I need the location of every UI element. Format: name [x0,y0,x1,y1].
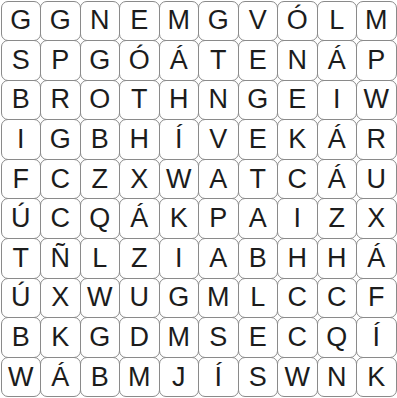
grid-cell-r10c7[interactable]: S [238,357,279,398]
grid-cell-r1c6[interactable]: G [198,1,239,42]
grid-cell-r10c2[interactable]: Á [40,357,81,398]
grid-cell-r7c2[interactable]: Ñ [40,238,81,279]
grid-cell-r8c3[interactable]: W [80,278,121,319]
grid-cell-r3c1[interactable]: B [1,80,42,121]
grid-cell-r10c8[interactable]: W [277,357,318,398]
grid-cell-r4c9[interactable]: Á [317,119,358,160]
grid-cell-r4c3[interactable]: B [80,119,121,160]
grid-cell-r7c6[interactable]: A [198,238,239,279]
grid-cell-r7c7[interactable]: B [238,238,279,279]
grid-cell-r6c1[interactable]: Ú [1,198,42,239]
grid-cell-r8c8[interactable]: C [277,278,318,319]
grid-cell-r1c5[interactable]: M [159,1,200,42]
grid-cell-r7c5[interactable]: I [159,238,200,279]
grid-cell-r2c4[interactable]: Ó [119,40,160,81]
grid-cell-r3c7[interactable]: G [238,80,279,121]
grid-cell-r6c5[interactable]: K [159,198,200,239]
grid-cell-r2c5[interactable]: Á [159,40,200,81]
grid-cell-r5c6[interactable]: A [198,159,239,200]
grid-cell-r1c2[interactable]: G [40,1,81,42]
grid-cell-r5c1[interactable]: F [1,159,42,200]
grid-cell-r7c8[interactable]: H [277,238,318,279]
grid-cell-r2c6[interactable]: T [198,40,239,81]
grid-cell-r3c5[interactable]: H [159,80,200,121]
grid-cell-r1c10[interactable]: M [356,1,397,42]
grid-cell-r7c1[interactable]: T [1,238,42,279]
grid-cell-r4c1[interactable]: I [1,119,42,160]
grid-cell-r2c7[interactable]: E [238,40,279,81]
grid-cell-r4c10[interactable]: R [356,119,397,160]
grid-cell-r9c7[interactable]: E [238,317,279,358]
grid-cell-r9c2[interactable]: K [40,317,81,358]
grid-cell-r10c4[interactable]: M [119,357,160,398]
grid-cell-r6c8[interactable]: I [277,198,318,239]
grid-cell-r10c10[interactable]: K [356,357,397,398]
grid-cell-r3c9[interactable]: I [317,80,358,121]
grid-cell-r3c8[interactable]: E [277,80,318,121]
grid-cell-r1c8[interactable]: Ó [277,1,318,42]
grid-cell-r8c5[interactable]: G [159,278,200,319]
grid-cell-r8c1[interactable]: Ú [1,278,42,319]
grid-cell-r9c3[interactable]: G [80,317,121,358]
grid-cell-r9c5[interactable]: M [159,317,200,358]
grid-cell-r1c1[interactable]: G [1,1,42,42]
grid-cell-r10c3[interactable]: B [80,357,121,398]
grid-cell-r5c9[interactable]: Á [317,159,358,200]
grid-cell-r4c5[interactable]: Í [159,119,200,160]
grid-cell-r5c7[interactable]: T [238,159,279,200]
grid-cell-r6c4[interactable]: Á [119,198,160,239]
grid-cell-r9c1[interactable]: B [1,317,42,358]
grid-cell-r10c1[interactable]: W [1,357,42,398]
grid-cell-r4c6[interactable]: V [198,119,239,160]
grid-cell-r9c6[interactable]: S [198,317,239,358]
grid-cell-r6c10[interactable]: X [356,198,397,239]
grid-cell-r4c8[interactable]: K [277,119,318,160]
grid-cell-r8c4[interactable]: U [119,278,160,319]
grid-cell-r8c2[interactable]: X [40,278,81,319]
grid-cell-r1c9[interactable]: L [317,1,358,42]
grid-cell-r6c2[interactable]: C [40,198,81,239]
grid-cell-r3c2[interactable]: R [40,80,81,121]
grid-cell-r2c2[interactable]: P [40,40,81,81]
grid-cell-r8c10[interactable]: F [356,278,397,319]
grid-cell-r2c1[interactable]: S [1,40,42,81]
grid-cell-r9c10[interactable]: Í [356,317,397,358]
word-search-grid: GGNEMGVÓLMSPGÓÁTENÁPBROTHNGEIWIGBHÍVEKÁR… [0,0,397,398]
grid-cell-r1c7[interactable]: V [238,1,279,42]
grid-cell-r5c3[interactable]: Z [80,159,121,200]
grid-cell-r2c8[interactable]: N [277,40,318,81]
grid-cell-r6c7[interactable]: A [238,198,279,239]
grid-cell-r7c10[interactable]: Á [356,238,397,279]
grid-cell-r10c5[interactable]: J [159,357,200,398]
grid-cell-r1c4[interactable]: E [119,1,160,42]
grid-cell-r4c2[interactable]: G [40,119,81,160]
grid-cell-r4c4[interactable]: H [119,119,160,160]
grid-cell-r9c8[interactable]: C [277,317,318,358]
grid-cell-r5c4[interactable]: X [119,159,160,200]
grid-cell-r3c6[interactable]: N [198,80,239,121]
grid-cell-r2c10[interactable]: P [356,40,397,81]
grid-cell-r8c6[interactable]: M [198,278,239,319]
grid-cell-r5c8[interactable]: C [277,159,318,200]
grid-cell-r5c2[interactable]: C [40,159,81,200]
grid-cell-r10c9[interactable]: N [317,357,358,398]
grid-cell-r3c3[interactable]: O [80,80,121,121]
grid-cell-r8c7[interactable]: L [238,278,279,319]
grid-cell-r5c5[interactable]: W [159,159,200,200]
grid-cell-r2c9[interactable]: Á [317,40,358,81]
grid-cell-r5c10[interactable]: U [356,159,397,200]
grid-cell-r7c9[interactable]: H [317,238,358,279]
grid-cell-r8c9[interactable]: C [317,278,358,319]
grid-cell-r9c4[interactable]: D [119,317,160,358]
grid-cell-r2c3[interactable]: G [80,40,121,81]
grid-cell-r6c6[interactable]: P [198,198,239,239]
grid-cell-r6c9[interactable]: Z [317,198,358,239]
grid-cell-r6c3[interactable]: Q [80,198,121,239]
grid-cell-r9c9[interactable]: Q [317,317,358,358]
grid-cell-r1c3[interactable]: N [80,1,121,42]
grid-cell-r3c10[interactable]: W [356,80,397,121]
grid-cell-r3c4[interactable]: T [119,80,160,121]
grid-cell-r7c3[interactable]: L [80,238,121,279]
grid-cell-r4c7[interactable]: E [238,119,279,160]
grid-cell-r7c4[interactable]: Z [119,238,160,279]
grid-cell-r10c6[interactable]: Í [198,357,239,398]
